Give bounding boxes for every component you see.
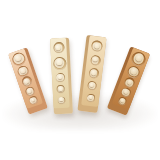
cylinder-block-2: [50, 38, 73, 115]
cylinder-knob: [93, 57, 98, 62]
block-3-pit-1: [91, 40, 103, 52]
block-3-pit-5: [86, 93, 95, 102]
cylinder-knob: [94, 43, 100, 49]
photo-canvas: [0, 0, 160, 160]
cylinder-knob: [91, 70, 96, 75]
cylinder-knob: [59, 87, 63, 91]
block-3-pit-4: [87, 81, 97, 91]
block-2-pit-1: [53, 42, 65, 54]
cylinder-knob: [59, 98, 62, 101]
block-4-pit-5: [117, 96, 127, 106]
block-2-pit-4: [56, 85, 64, 93]
block-3-pit-3: [88, 68, 99, 79]
block-top-face: [50, 38, 70, 109]
block-1-pit-5: [28, 95, 38, 105]
block-2-pit-2: [52, 56, 66, 70]
cylinder-knob: [58, 75, 62, 79]
block-1-pit-1: [11, 51, 28, 68]
block-3-pit-2: [90, 54, 101, 65]
block-2-pit-3: [55, 73, 64, 82]
block-2-pit-5: [58, 97, 65, 104]
